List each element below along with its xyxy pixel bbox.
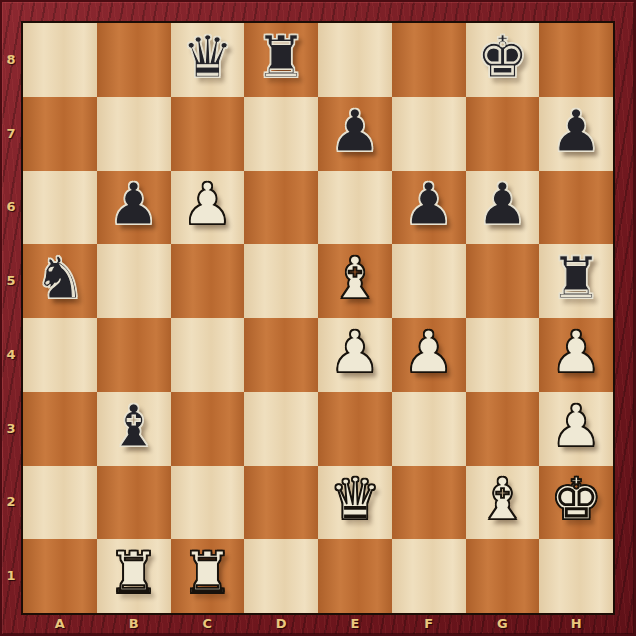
square-d1[interactable] [244,539,318,613]
file-label-f: F [418,617,440,631]
file-label-h: H [565,617,587,631]
square-g6[interactable]: ♟ [466,171,540,245]
white-bishop-e5[interactable]: ♝ [329,249,381,307]
rank-label-7: 7 [1,127,21,141]
square-g2[interactable]: ♝ [466,466,540,540]
white-queen-e2[interactable]: ♛ [329,470,381,528]
square-f4[interactable]: ♟ [392,318,466,392]
square-f8[interactable] [392,23,466,97]
square-h7[interactable]: ♟ [539,97,613,171]
square-g1[interactable] [466,539,540,613]
white-pawn-f4[interactable]: ♟ [403,323,455,381]
chess-board: ♛♜♚♟♟♟♟♟♟♞♝♜♟♟♟♝♟♛♝♚♜♜ [21,21,615,615]
square-d6[interactable] [244,171,318,245]
rank-label-8: 8 [1,53,21,67]
square-g8[interactable]: ♚ [466,23,540,97]
black-queen-c8[interactable]: ♛ [181,28,233,86]
square-a6[interactable] [23,171,97,245]
square-c2[interactable] [171,466,245,540]
white-pawn-e4[interactable]: ♟ [329,323,381,381]
black-pawn-f6[interactable]: ♟ [403,175,455,233]
white-pawn-c6[interactable]: ♟ [181,175,233,233]
square-e2[interactable]: ♛ [318,466,392,540]
file-label-a: A [49,617,71,631]
square-c3[interactable] [171,392,245,466]
square-h4[interactable]: ♟ [539,318,613,392]
chess-board-frame: ♛♜♚♟♟♟♟♟♟♞♝♜♟♟♟♝♟♛♝♚♜♜ 87654321ABCDEFGH [0,0,636,636]
square-e4[interactable]: ♟ [318,318,392,392]
file-label-e: E [344,617,366,631]
square-f1[interactable] [392,539,466,613]
square-a2[interactable] [23,466,97,540]
white-pawn-h3[interactable]: ♟ [550,397,602,455]
square-d4[interactable] [244,318,318,392]
square-f2[interactable] [392,466,466,540]
square-f7[interactable] [392,97,466,171]
rank-label-1: 1 [1,569,21,583]
square-e1[interactable] [318,539,392,613]
square-e8[interactable] [318,23,392,97]
black-pawn-e7[interactable]: ♟ [329,102,381,160]
square-c8[interactable]: ♛ [171,23,245,97]
white-rook-b1[interactable]: ♜ [108,544,160,602]
square-c5[interactable] [171,244,245,318]
square-c6[interactable]: ♟ [171,171,245,245]
square-a8[interactable] [23,23,97,97]
white-bishop-g2[interactable]: ♝ [476,470,528,528]
black-knight-a5[interactable]: ♞ [34,249,86,307]
black-bishop-b3[interactable]: ♝ [108,397,160,455]
square-b2[interactable] [97,466,171,540]
square-b1[interactable]: ♜ [97,539,171,613]
file-label-d: D [270,617,292,631]
square-a7[interactable] [23,97,97,171]
square-g4[interactable] [466,318,540,392]
square-a3[interactable] [23,392,97,466]
file-label-c: C [196,617,218,631]
black-pawn-g6[interactable]: ♟ [476,175,528,233]
square-f5[interactable] [392,244,466,318]
square-g5[interactable] [466,244,540,318]
square-h1[interactable] [539,539,613,613]
square-h8[interactable] [539,23,613,97]
white-rook-c1[interactable]: ♜ [181,544,233,602]
square-f3[interactable] [392,392,466,466]
square-e3[interactable] [318,392,392,466]
square-d5[interactable] [244,244,318,318]
rank-label-2: 2 [1,495,21,509]
square-a1[interactable] [23,539,97,613]
rank-label-5: 5 [1,274,21,288]
square-d7[interactable] [244,97,318,171]
square-e6[interactable] [318,171,392,245]
square-g7[interactable] [466,97,540,171]
square-e7[interactable]: ♟ [318,97,392,171]
black-rook-d8[interactable]: ♜ [255,28,307,86]
square-d8[interactable]: ♜ [244,23,318,97]
square-h6[interactable] [539,171,613,245]
black-king-g8[interactable]: ♚ [476,28,528,86]
file-label-b: B [123,617,145,631]
black-rook-h5[interactable]: ♜ [550,249,602,307]
rank-label-3: 3 [1,422,21,436]
white-pawn-h4[interactable]: ♟ [550,323,602,381]
square-a4[interactable] [23,318,97,392]
square-b8[interactable] [97,23,171,97]
square-h5[interactable]: ♜ [539,244,613,318]
rank-label-4: 4 [1,348,21,362]
square-b3[interactable]: ♝ [97,392,171,466]
black-pawn-h7[interactable]: ♟ [550,102,602,160]
square-e5[interactable]: ♝ [318,244,392,318]
square-d3[interactable] [244,392,318,466]
square-g3[interactable] [466,392,540,466]
square-a5[interactable]: ♞ [23,244,97,318]
square-c7[interactable] [171,97,245,171]
black-pawn-b6[interactable]: ♟ [108,175,160,233]
square-h2[interactable]: ♚ [539,466,613,540]
square-h3[interactable]: ♟ [539,392,613,466]
white-king-h2[interactable]: ♚ [550,470,602,528]
square-c1[interactable]: ♜ [171,539,245,613]
square-b4[interactable] [97,318,171,392]
square-f6[interactable]: ♟ [392,171,466,245]
rank-label-6: 6 [1,200,21,214]
square-b7[interactable] [97,97,171,171]
square-b6[interactable]: ♟ [97,171,171,245]
square-c4[interactable] [171,318,245,392]
square-b5[interactable] [97,244,171,318]
file-label-g: G [491,617,513,631]
square-d2[interactable] [244,466,318,540]
